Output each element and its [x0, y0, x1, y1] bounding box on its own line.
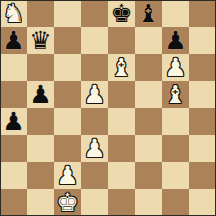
- square-e7[interactable]: [108, 27, 135, 54]
- square-h6[interactable]: [189, 54, 216, 81]
- square-h5[interactable]: [189, 81, 216, 108]
- square-d5[interactable]: ♟: [81, 81, 108, 108]
- square-g6[interactable]: ♟: [162, 54, 189, 81]
- square-h2[interactable]: [189, 162, 216, 189]
- square-a7[interactable]: ♟: [0, 27, 27, 54]
- square-d6[interactable]: [81, 54, 108, 81]
- square-f2[interactable]: [135, 162, 162, 189]
- square-h3[interactable]: [189, 135, 216, 162]
- square-e8[interactable]: ♚: [108, 0, 135, 27]
- square-b5[interactable]: ♟: [27, 81, 54, 108]
- square-a4[interactable]: ♟: [0, 108, 27, 135]
- square-g8[interactable]: [162, 0, 189, 27]
- piece-black-pawn[interactable]: ♟: [164, 27, 186, 54]
- square-f8[interactable]: ♝: [135, 0, 162, 27]
- square-d3[interactable]: ♟: [81, 135, 108, 162]
- piece-black-bishop[interactable]: ♝: [137, 0, 159, 27]
- square-e3[interactable]: [108, 135, 135, 162]
- square-b2[interactable]: [27, 162, 54, 189]
- piece-black-pawn[interactable]: ♟: [2, 27, 24, 54]
- square-h7[interactable]: [189, 27, 216, 54]
- square-d8[interactable]: [81, 0, 108, 27]
- square-b6[interactable]: [27, 54, 54, 81]
- square-e5[interactable]: [108, 81, 135, 108]
- square-d2[interactable]: [81, 162, 108, 189]
- square-b1[interactable]: [27, 189, 54, 216]
- piece-white-knight[interactable]: ♞: [2, 0, 24, 27]
- square-e4[interactable]: [108, 108, 135, 135]
- square-c4[interactable]: [54, 108, 81, 135]
- square-f7[interactable]: [135, 27, 162, 54]
- square-b7[interactable]: ♛: [27, 27, 54, 54]
- square-a6[interactable]: [0, 54, 27, 81]
- square-g1[interactable]: [162, 189, 189, 216]
- square-c1[interactable]: ♚: [54, 189, 81, 216]
- square-f6[interactable]: [135, 54, 162, 81]
- piece-black-king[interactable]: ♚: [110, 0, 132, 27]
- square-c8[interactable]: [54, 0, 81, 27]
- square-h8[interactable]: [189, 0, 216, 27]
- square-d7[interactable]: [81, 27, 108, 54]
- square-f4[interactable]: [135, 108, 162, 135]
- square-g3[interactable]: [162, 135, 189, 162]
- square-f1[interactable]: [135, 189, 162, 216]
- piece-white-pawn[interactable]: ♟: [83, 81, 105, 108]
- square-f3[interactable]: [135, 135, 162, 162]
- square-c5[interactable]: [54, 81, 81, 108]
- square-a3[interactable]: [0, 135, 27, 162]
- square-d1[interactable]: [81, 189, 108, 216]
- piece-white-king[interactable]: ♚: [56, 189, 78, 216]
- square-g2[interactable]: [162, 162, 189, 189]
- square-c6[interactable]: [54, 54, 81, 81]
- square-b8[interactable]: [27, 0, 54, 27]
- square-e1[interactable]: [108, 189, 135, 216]
- square-e6[interactable]: ♝: [108, 54, 135, 81]
- square-g7[interactable]: ♟: [162, 27, 189, 54]
- square-b4[interactable]: [27, 108, 54, 135]
- piece-white-bishop[interactable]: ♝: [164, 81, 186, 108]
- square-c2[interactable]: ♟: [54, 162, 81, 189]
- square-a2[interactable]: [0, 162, 27, 189]
- square-b3[interactable]: [27, 135, 54, 162]
- piece-black-queen[interactable]: ♛: [29, 27, 51, 54]
- square-h4[interactable]: [189, 108, 216, 135]
- square-h1[interactable]: [189, 189, 216, 216]
- piece-black-pawn[interactable]: ♟: [29, 81, 51, 108]
- piece-white-pawn[interactable]: ♟: [56, 162, 78, 189]
- square-c7[interactable]: [54, 27, 81, 54]
- chess-board: ♞♚♝♟♛♟♝♟♟♟♝♟♟♟♚: [0, 0, 216, 216]
- square-e2[interactable]: [108, 162, 135, 189]
- piece-black-pawn[interactable]: ♟: [2, 108, 24, 135]
- square-c3[interactable]: [54, 135, 81, 162]
- square-a5[interactable]: [0, 81, 27, 108]
- square-g4[interactable]: [162, 108, 189, 135]
- piece-white-bishop[interactable]: ♝: [110, 54, 132, 81]
- square-a1[interactable]: [0, 189, 27, 216]
- square-f5[interactable]: [135, 81, 162, 108]
- square-g5[interactable]: ♝: [162, 81, 189, 108]
- square-a8[interactable]: ♞: [0, 0, 27, 27]
- piece-white-pawn[interactable]: ♟: [164, 54, 186, 81]
- square-d4[interactable]: [81, 108, 108, 135]
- piece-white-pawn[interactable]: ♟: [83, 135, 105, 162]
